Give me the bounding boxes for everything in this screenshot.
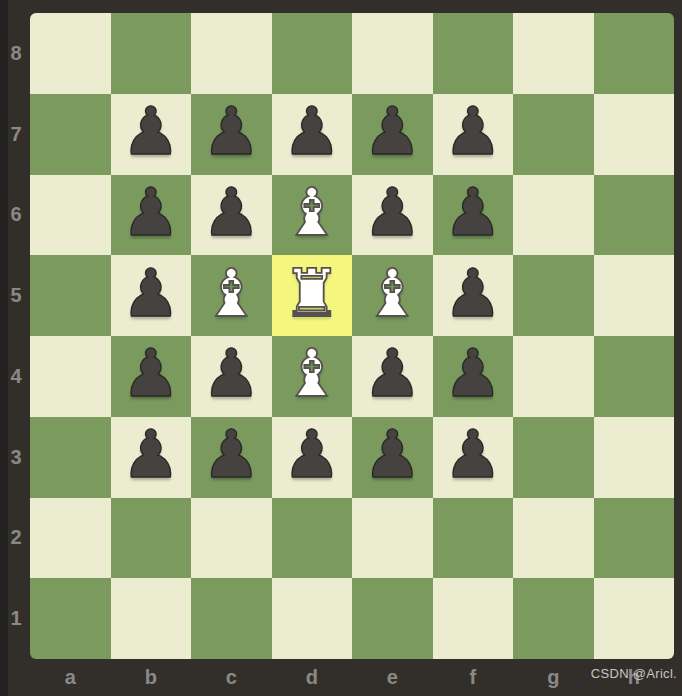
square-d5[interactable]: ♜ (272, 255, 353, 336)
square-d2[interactable] (272, 498, 353, 579)
black-pawn[interactable]: ♟ (443, 99, 502, 165)
chess-board: ♟♟♟♟♟♟♟♝♟♟♟♝♜♝♟♟♟♝♟♟♟♟♟♟♟ (30, 13, 674, 659)
square-e2[interactable] (352, 498, 433, 579)
square-e1[interactable] (352, 578, 433, 659)
rank-label-3: 3 (2, 417, 30, 498)
square-f1[interactable] (433, 578, 514, 659)
rank-labels: 87654321 (2, 13, 30, 659)
white-rook[interactable]: ♜ (282, 261, 341, 327)
black-pawn[interactable]: ♟ (363, 422, 422, 488)
square-g5[interactable] (513, 255, 594, 336)
square-f4[interactable]: ♟ (433, 336, 514, 417)
square-g4[interactable] (513, 336, 594, 417)
square-d8[interactable] (272, 13, 353, 94)
square-f8[interactable] (433, 13, 514, 94)
rank-label-1: 1 (2, 578, 30, 659)
black-pawn[interactable]: ♟ (202, 180, 261, 246)
square-e5[interactable]: ♝ (352, 255, 433, 336)
square-f3[interactable]: ♟ (433, 417, 514, 498)
square-a5[interactable] (30, 255, 111, 336)
square-b5[interactable]: ♟ (111, 255, 192, 336)
black-pawn[interactable]: ♟ (282, 99, 341, 165)
square-h3[interactable] (594, 417, 675, 498)
square-b1[interactable] (111, 578, 192, 659)
file-label-e: e (352, 659, 433, 696)
square-c6[interactable]: ♟ (191, 175, 272, 256)
square-c5[interactable]: ♝ (191, 255, 272, 336)
black-pawn[interactable]: ♟ (443, 261, 502, 327)
square-c1[interactable] (191, 578, 272, 659)
black-pawn[interactable]: ♟ (121, 180, 180, 246)
square-e8[interactable] (352, 13, 433, 94)
square-h2[interactable] (594, 498, 675, 579)
black-pawn[interactable]: ♟ (443, 341, 502, 407)
square-g1[interactable] (513, 578, 594, 659)
white-bishop[interactable]: ♝ (282, 341, 341, 407)
square-g7[interactable] (513, 94, 594, 175)
square-f6[interactable]: ♟ (433, 175, 514, 256)
black-pawn[interactable]: ♟ (363, 180, 422, 246)
square-b4[interactable]: ♟ (111, 336, 192, 417)
black-pawn[interactable]: ♟ (121, 99, 180, 165)
square-e4[interactable]: ♟ (352, 336, 433, 417)
square-h8[interactable] (594, 13, 675, 94)
square-b2[interactable] (111, 498, 192, 579)
square-a2[interactable] (30, 498, 111, 579)
watermark-text: CSDN @Aricl. (591, 666, 677, 681)
rank-label-6: 6 (2, 175, 30, 256)
square-a1[interactable] (30, 578, 111, 659)
square-b6[interactable]: ♟ (111, 175, 192, 256)
square-a4[interactable] (30, 336, 111, 417)
rank-label-5: 5 (2, 255, 30, 336)
rank-label-8: 8 (2, 13, 30, 94)
square-c3[interactable]: ♟ (191, 417, 272, 498)
square-d4[interactable]: ♝ (272, 336, 353, 417)
square-e7[interactable]: ♟ (352, 94, 433, 175)
rank-label-4: 4 (2, 336, 30, 417)
rank-label-7: 7 (2, 94, 30, 175)
square-d1[interactable] (272, 578, 353, 659)
black-pawn[interactable]: ♟ (202, 99, 261, 165)
square-h4[interactable] (594, 336, 675, 417)
square-h6[interactable] (594, 175, 675, 256)
square-a3[interactable] (30, 417, 111, 498)
file-label-a: a (30, 659, 111, 696)
square-d7[interactable]: ♟ (272, 94, 353, 175)
square-e3[interactable]: ♟ (352, 417, 433, 498)
black-pawn[interactable]: ♟ (121, 422, 180, 488)
square-b7[interactable]: ♟ (111, 94, 192, 175)
square-e6[interactable]: ♟ (352, 175, 433, 256)
square-c7[interactable]: ♟ (191, 94, 272, 175)
square-g6[interactable] (513, 175, 594, 256)
square-h5[interactable] (594, 255, 675, 336)
square-f5[interactable]: ♟ (433, 255, 514, 336)
white-bishop[interactable]: ♝ (363, 261, 422, 327)
file-label-d: d (272, 659, 353, 696)
black-pawn[interactable]: ♟ (363, 341, 422, 407)
square-h1[interactable] (594, 578, 675, 659)
square-g3[interactable] (513, 417, 594, 498)
square-c4[interactable]: ♟ (191, 336, 272, 417)
square-b8[interactable] (111, 13, 192, 94)
white-bishop[interactable]: ♝ (202, 261, 261, 327)
square-b3[interactable]: ♟ (111, 417, 192, 498)
file-label-b: b (111, 659, 192, 696)
chess-board-page: 87654321 ♟♟♟♟♟♟♟♝♟♟♟♝♜♝♟♟♟♝♟♟♟♟♟♟♟ abcde… (0, 0, 682, 696)
square-c2[interactable] (191, 498, 272, 579)
square-g8[interactable] (513, 13, 594, 94)
square-a8[interactable] (30, 13, 111, 94)
file-label-c: c (191, 659, 272, 696)
square-a6[interactable] (30, 175, 111, 256)
square-d3[interactable]: ♟ (272, 417, 353, 498)
black-pawn[interactable]: ♟ (202, 422, 261, 488)
black-pawn[interactable]: ♟ (443, 422, 502, 488)
square-g2[interactable] (513, 498, 594, 579)
square-f7[interactable]: ♟ (433, 94, 514, 175)
black-pawn[interactable]: ♟ (121, 341, 180, 407)
square-f2[interactable] (433, 498, 514, 579)
square-a7[interactable] (30, 94, 111, 175)
file-label-f: f (433, 659, 514, 696)
black-pawn[interactable]: ♟ (363, 99, 422, 165)
black-pawn[interactable]: ♟ (282, 422, 341, 488)
black-pawn[interactable]: ♟ (443, 180, 502, 246)
black-pawn[interactable]: ♟ (121, 261, 180, 327)
square-d6[interactable]: ♝ (272, 175, 353, 256)
rank-label-2: 2 (2, 498, 30, 579)
black-pawn[interactable]: ♟ (202, 341, 261, 407)
square-c8[interactable] (191, 13, 272, 94)
file-labels: abcdefgh (30, 659, 674, 696)
file-label-g: g (513, 659, 594, 696)
white-bishop[interactable]: ♝ (282, 180, 341, 246)
square-h7[interactable] (594, 94, 675, 175)
